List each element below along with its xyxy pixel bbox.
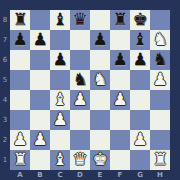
chess-board[interactable]: ♜♝♛♜♚♟♟♟♝♞♟♟♟♞♞♞♟♝♟♟♟♟♟♟♜♝♛♚♜ [10, 10, 170, 170]
piece-white-pawn[interactable]: ♟ [130, 130, 150, 150]
square-f5[interactable] [110, 70, 130, 90]
square-a3[interactable] [10, 110, 30, 130]
square-f4[interactable]: ♟ [110, 90, 130, 110]
square-e1[interactable]: ♚ [90, 150, 110, 170]
square-d1[interactable]: ♛ [70, 150, 90, 170]
rank-label-8: 8 [0, 10, 10, 30]
square-a5[interactable] [10, 70, 30, 90]
square-d2[interactable] [70, 130, 90, 150]
square-g7[interactable]: ♝ [130, 30, 150, 50]
square-c7[interactable] [50, 30, 70, 50]
file-label-e: E [90, 170, 110, 180]
square-a7[interactable]: ♟ [10, 30, 30, 50]
file-label-g: G [130, 170, 150, 180]
square-c2[interactable] [50, 130, 70, 150]
piece-black-pawn[interactable]: ♟ [90, 30, 110, 50]
square-e2[interactable] [90, 130, 110, 150]
square-c4[interactable]: ♝ [50, 90, 70, 110]
file-label-h: H [150, 170, 170, 180]
square-e3[interactable] [90, 110, 110, 130]
piece-white-pawn[interactable]: ♟ [70, 90, 90, 110]
piece-black-pawn[interactable]: ♟ [110, 50, 130, 70]
file-label-b: B [30, 170, 50, 180]
square-h5[interactable]: ♟ [150, 70, 170, 90]
square-b5[interactable] [30, 70, 50, 90]
square-c5[interactable] [50, 70, 70, 90]
piece-white-pawn[interactable]: ♟ [50, 110, 70, 130]
square-b7[interactable]: ♟ [30, 30, 50, 50]
piece-white-rook[interactable]: ♜ [10, 150, 30, 170]
square-e8[interactable] [90, 10, 110, 30]
square-g8[interactable]: ♚ [130, 10, 150, 30]
square-h7[interactable]: ♞ [150, 30, 170, 50]
square-f6[interactable]: ♟ [110, 50, 130, 70]
square-g2[interactable]: ♟ [130, 130, 150, 150]
piece-white-rook[interactable]: ♜ [150, 150, 170, 170]
square-a4[interactable] [10, 90, 30, 110]
square-f3[interactable] [110, 110, 130, 130]
square-f2[interactable] [110, 130, 130, 150]
square-b2[interactable]: ♟ [30, 130, 50, 150]
rank-label-1: 1 [0, 150, 10, 170]
square-g1[interactable] [130, 150, 150, 170]
piece-white-pawn[interactable]: ♟ [30, 130, 50, 150]
piece-white-bishop[interactable]: ♝ [50, 150, 70, 170]
square-f1[interactable] [110, 150, 130, 170]
square-d8[interactable]: ♛ [70, 10, 90, 30]
piece-black-pawn[interactable]: ♟ [130, 50, 150, 70]
piece-black-knight[interactable]: ♞ [70, 70, 90, 90]
rank-label-7: 7 [0, 30, 10, 50]
square-e5[interactable]: ♞ [90, 70, 110, 90]
square-c1[interactable]: ♝ [50, 150, 70, 170]
file-labels: ABCDEFGH [10, 170, 170, 180]
piece-white-bishop[interactable]: ♝ [50, 90, 70, 110]
piece-black-bishop[interactable]: ♝ [50, 10, 70, 30]
square-a2[interactable]: ♟ [10, 130, 30, 150]
square-h8[interactable] [150, 10, 170, 30]
file-label-d: D [70, 170, 90, 180]
square-g6[interactable]: ♟ [130, 50, 150, 70]
piece-black-pawn[interactable]: ♟ [10, 30, 30, 50]
square-b8[interactable] [30, 10, 50, 30]
piece-white-pawn[interactable]: ♟ [10, 130, 30, 150]
rank-label-3: 3 [0, 110, 10, 130]
square-d7[interactable] [70, 30, 90, 50]
square-h6[interactable]: ♞ [150, 50, 170, 70]
rank-labels: 87654321 [0, 10, 10, 170]
square-h2[interactable] [150, 130, 170, 150]
piece-white-knight[interactable]: ♞ [150, 30, 170, 50]
square-b6[interactable] [30, 50, 50, 70]
piece-black-bishop[interactable]: ♝ [130, 30, 150, 50]
piece-black-rook[interactable]: ♜ [10, 10, 30, 30]
square-h1[interactable]: ♜ [150, 150, 170, 170]
square-h4[interactable] [150, 90, 170, 110]
square-d3[interactable] [70, 110, 90, 130]
square-e4[interactable] [90, 90, 110, 110]
square-f7[interactable] [110, 30, 130, 50]
square-e6[interactable] [90, 50, 110, 70]
square-d6[interactable] [70, 50, 90, 70]
square-b1[interactable] [30, 150, 50, 170]
piece-black-king[interactable]: ♚ [130, 10, 150, 30]
piece-black-queen[interactable]: ♛ [70, 10, 90, 30]
file-label-a: A [10, 170, 30, 180]
file-label-f: F [110, 170, 130, 180]
square-g5[interactable] [130, 70, 150, 90]
square-c3[interactable]: ♟ [50, 110, 70, 130]
piece-black-pawn[interactable]: ♟ [50, 50, 70, 70]
square-d4[interactable]: ♟ [70, 90, 90, 110]
piece-black-knight[interactable]: ♞ [150, 50, 170, 70]
rank-label-5: 5 [0, 70, 10, 90]
piece-white-knight[interactable]: ♞ [90, 70, 110, 90]
square-h3[interactable] [150, 110, 170, 130]
square-b3[interactable] [30, 110, 50, 130]
square-e7[interactable]: ♟ [90, 30, 110, 50]
rank-label-4: 4 [0, 90, 10, 110]
piece-white-pawn[interactable]: ♟ [150, 70, 170, 90]
rank-label-2: 2 [0, 130, 10, 150]
square-a6[interactable] [10, 50, 30, 70]
square-f8[interactable]: ♜ [110, 10, 130, 30]
square-a8[interactable]: ♜ [10, 10, 30, 30]
square-c8[interactable]: ♝ [50, 10, 70, 30]
square-c6[interactable]: ♟ [50, 50, 70, 70]
piece-white-pawn[interactable]: ♟ [110, 90, 130, 110]
square-b4[interactable] [30, 90, 50, 110]
piece-black-pawn[interactable]: ♟ [30, 30, 50, 50]
square-a1[interactable]: ♜ [10, 150, 30, 170]
chess-board-frame: 87654321 ♜♝♛♜♚♟♟♟♝♞♟♟♟♞♞♞♟♝♟♟♟♟♟♟♜♝♛♚♜ A… [0, 0, 180, 180]
file-label-c: C [50, 170, 70, 180]
square-d5[interactable]: ♞ [70, 70, 90, 90]
piece-black-rook[interactable]: ♜ [110, 10, 130, 30]
square-g4[interactable] [130, 90, 150, 110]
rank-label-6: 6 [0, 50, 10, 70]
piece-white-king[interactable]: ♚ [90, 150, 110, 170]
square-g3[interactable] [130, 110, 150, 130]
piece-white-queen[interactable]: ♛ [70, 150, 90, 170]
